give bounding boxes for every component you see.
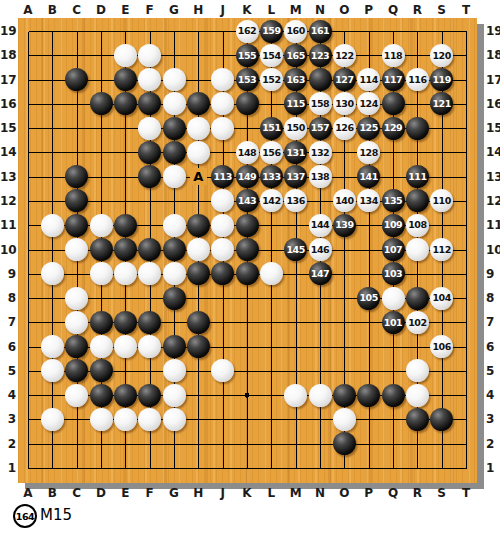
- move-number-label: 118: [384, 51, 402, 61]
- stone-G16: [163, 92, 186, 115]
- stone-K13-move-149: 149: [236, 165, 259, 188]
- row-label-left-5: 5: [0, 363, 16, 379]
- row-label-right-6: 6: [486, 339, 500, 355]
- row-label-right-9: 9: [486, 266, 500, 282]
- stone-D11: [90, 214, 113, 237]
- stone-C7: [65, 311, 88, 334]
- move-number-label: 160: [286, 26, 304, 36]
- row-label-left-19: 19: [0, 23, 16, 39]
- stone-N9-move-147: 147: [309, 262, 332, 285]
- col-label-bottom-G: G: [162, 486, 186, 500]
- stone-G15: [163, 117, 186, 140]
- stone-D6: [90, 335, 113, 358]
- move-number-label: 139: [335, 220, 353, 230]
- stone-G4: [163, 384, 186, 407]
- col-label-bottom-B: B: [40, 486, 64, 500]
- move-number-label: 165: [286, 51, 304, 61]
- move-number-label: 150: [286, 123, 304, 133]
- stone-S3: [430, 408, 453, 431]
- move-number-label: 155: [238, 51, 256, 61]
- stone-K16: [236, 92, 259, 115]
- stone-N15-move-157: 157: [309, 117, 332, 140]
- row-label-right-13: 13: [486, 169, 500, 185]
- col-label-bottom-C: C: [65, 486, 89, 500]
- col-label-bottom-H: H: [186, 486, 210, 500]
- stone-N18-move-123: 123: [309, 44, 332, 67]
- move-number-label: 109: [384, 220, 402, 230]
- stone-N19-move-161: 161: [309, 20, 332, 43]
- annotation-A-H13: A: [190, 168, 207, 185]
- stone-Q15-move-129: 129: [382, 117, 405, 140]
- col-label-top-N: N: [308, 3, 332, 17]
- row-label-left-10: 10: [0, 242, 16, 258]
- stone-Q12-move-135: 135: [382, 189, 405, 212]
- stone-E3: [114, 408, 137, 431]
- col-label-bottom-T: T: [454, 486, 478, 500]
- stone-H6: [187, 335, 210, 358]
- stone-E4: [114, 384, 137, 407]
- stone-E10: [114, 238, 137, 261]
- stone-G10: [163, 238, 186, 261]
- stone-F7: [138, 311, 161, 334]
- stone-J11: [211, 214, 234, 237]
- move-number-label: 102: [408, 318, 426, 328]
- stone-E16: [114, 92, 137, 115]
- stone-R3: [406, 408, 429, 431]
- stone-F14: [138, 141, 161, 164]
- stone-Q17-move-117: 117: [382, 68, 405, 91]
- row-label-left-18: 18: [0, 47, 16, 63]
- row-label-left-11: 11: [0, 217, 16, 233]
- stone-R13-move-111: 111: [406, 165, 429, 188]
- stone-G13: [163, 165, 186, 188]
- stone-J10: [211, 238, 234, 261]
- stone-R7-move-102: 102: [406, 311, 429, 334]
- move-number-label: 144: [311, 220, 329, 230]
- stone-E17: [114, 68, 137, 91]
- stone-D10: [90, 238, 113, 261]
- move-number-label: 108: [408, 220, 426, 230]
- move-number-label: 130: [335, 99, 353, 109]
- stone-L17-move-152: 152: [260, 68, 283, 91]
- move-number-label: 140: [335, 196, 353, 206]
- move-number-label: 120: [432, 51, 450, 61]
- move-location: M15: [40, 506, 72, 524]
- stone-Q16: [382, 92, 405, 115]
- stone-H16: [187, 92, 210, 115]
- row-label-right-16: 16: [486, 96, 500, 112]
- col-label-top-R: R: [405, 3, 429, 17]
- stone-O2: [333, 432, 356, 455]
- move-number-label: 104: [432, 293, 450, 303]
- stone-E11: [114, 214, 137, 237]
- col-label-bottom-S: S: [430, 486, 454, 500]
- stone-R10: [406, 238, 429, 261]
- move-number-label: 161: [311, 26, 329, 36]
- stone-R4: [406, 384, 429, 407]
- row-label-right-17: 17: [486, 72, 500, 88]
- stone-E9: [114, 262, 137, 285]
- move-number-label: 122: [335, 51, 353, 61]
- stone-F15: [138, 117, 161, 140]
- col-label-top-T: T: [454, 3, 478, 17]
- col-label-top-J: J: [211, 3, 235, 17]
- stone-O17-move-127: 127: [333, 68, 356, 91]
- stone-E18: [114, 44, 137, 67]
- col-label-bottom-M: M: [284, 486, 308, 500]
- move-number-label: 149: [238, 172, 256, 182]
- col-label-top-S: S: [430, 3, 454, 17]
- stone-C11: [65, 214, 88, 237]
- stone-D9: [90, 262, 113, 285]
- move-number-label: 117: [384, 75, 402, 85]
- stone-B6: [41, 335, 64, 358]
- stone-N11-move-144: 144: [309, 214, 332, 237]
- move-number-label: 127: [335, 75, 353, 85]
- col-label-top-O: O: [332, 3, 356, 17]
- stone-G8: [163, 287, 186, 310]
- row-label-right-4: 4: [486, 387, 500, 403]
- row-label-right-3: 3: [486, 411, 500, 427]
- stone-F18: [138, 44, 161, 67]
- row-label-right-5: 5: [486, 363, 500, 379]
- stone-Q18-move-118: 118: [382, 44, 405, 67]
- stone-P15-move-125: 125: [357, 117, 380, 140]
- stone-O3: [333, 408, 356, 431]
- stone-P4: [357, 384, 380, 407]
- move-number-label: 111: [408, 172, 426, 182]
- stone-O16-move-130: 130: [333, 92, 356, 115]
- col-label-top-E: E: [113, 3, 137, 17]
- col-label-bottom-E: E: [113, 486, 137, 500]
- row-label-left-3: 3: [0, 411, 16, 427]
- row-label-left-14: 14: [0, 144, 16, 160]
- stone-K14-move-148: 148: [236, 141, 259, 164]
- row-label-left-2: 2: [0, 436, 16, 452]
- col-label-top-F: F: [138, 3, 162, 17]
- col-label-top-G: G: [162, 3, 186, 17]
- stone-N10-move-146: 146: [309, 238, 332, 261]
- col-label-top-H: H: [186, 3, 210, 17]
- move-number-label: 115: [286, 99, 304, 109]
- stone-E6: [114, 335, 137, 358]
- stone-F10: [138, 238, 161, 261]
- stone-F4: [138, 384, 161, 407]
- col-label-bottom-D: D: [89, 486, 113, 500]
- stone-M19-move-160: 160: [284, 20, 307, 43]
- move-number-label: 129: [384, 123, 402, 133]
- stone-G17: [163, 68, 186, 91]
- row-label-right-1: 1: [486, 460, 500, 476]
- move-number-label: 143: [238, 196, 256, 206]
- stone-Q8: [382, 287, 405, 310]
- stone-N17: [309, 68, 332, 91]
- stone-L13-move-133: 133: [260, 165, 283, 188]
- stone-L18-move-154: 154: [260, 44, 283, 67]
- move-164-marker: 164: [13, 504, 37, 528]
- row-label-left-4: 4: [0, 387, 16, 403]
- col-label-top-D: D: [89, 3, 113, 17]
- col-label-bottom-P: P: [357, 486, 381, 500]
- move-number-label: 107: [384, 245, 402, 255]
- stone-O11-move-139: 139: [333, 214, 356, 237]
- stone-F3: [138, 408, 161, 431]
- move-number-label: 116: [408, 75, 426, 85]
- stone-P14-move-128: 128: [357, 141, 380, 164]
- stone-K10: [236, 238, 259, 261]
- move-number-label: 157: [311, 123, 329, 133]
- move-number-label: 162: [238, 26, 256, 36]
- move-number-label: 138: [311, 172, 329, 182]
- stone-R8: [406, 287, 429, 310]
- stone-R15: [406, 117, 429, 140]
- col-label-top-L: L: [259, 3, 283, 17]
- stone-Q7-move-101: 101: [382, 311, 405, 334]
- stone-C4: [65, 384, 88, 407]
- row-label-right-15: 15: [486, 120, 500, 136]
- stone-K12-move-143: 143: [236, 189, 259, 212]
- go-board-screen: 164 M15 AABBCCDDEEFFGGHHJJKKLLMMNNOOPPQQ…: [0, 0, 500, 537]
- row-label-right-7: 7: [486, 314, 500, 330]
- stone-K17-move-153: 153: [236, 68, 259, 91]
- stone-L19-move-159: 159: [260, 20, 283, 43]
- move-number-label: 123: [311, 51, 329, 61]
- stone-B9: [41, 262, 64, 285]
- stone-O15-move-126: 126: [333, 117, 356, 140]
- row-label-left-7: 7: [0, 314, 16, 330]
- stone-B11: [41, 214, 64, 237]
- stone-G6: [163, 335, 186, 358]
- col-label-top-C: C: [65, 3, 89, 17]
- row-label-right-19: 19: [486, 23, 500, 39]
- move-number-label: 158: [311, 99, 329, 109]
- stone-G5: [163, 359, 186, 382]
- row-label-left-16: 16: [0, 96, 16, 112]
- stone-H7: [187, 311, 210, 334]
- stone-S10-move-112: 112: [430, 238, 453, 261]
- move-number-label: 132: [311, 148, 329, 158]
- stone-S18-move-120: 120: [430, 44, 453, 67]
- stone-C8: [65, 287, 88, 310]
- move-number-label: 114: [359, 75, 377, 85]
- move-number-label: 137: [286, 172, 304, 182]
- move-number-label: 156: [262, 148, 280, 158]
- row-label-right-12: 12: [486, 193, 500, 209]
- col-label-bottom-R: R: [405, 486, 429, 500]
- col-label-top-P: P: [357, 3, 381, 17]
- col-label-bottom-J: J: [211, 486, 235, 500]
- stone-N14-move-132: 132: [309, 141, 332, 164]
- stone-R11-move-108: 108: [406, 214, 429, 237]
- stone-G9: [163, 262, 186, 285]
- stone-G11: [163, 214, 186, 237]
- stone-O4: [333, 384, 356, 407]
- move-number-label: 124: [359, 99, 377, 109]
- stone-D4: [90, 384, 113, 407]
- move-number-label: 159: [262, 26, 280, 36]
- row-label-left-17: 17: [0, 72, 16, 88]
- move-number-label: 126: [335, 123, 353, 133]
- col-label-top-M: M: [284, 3, 308, 17]
- row-label-right-10: 10: [486, 242, 500, 258]
- row-label-left-8: 8: [0, 290, 16, 306]
- col-label-bottom-O: O: [332, 486, 356, 500]
- stone-D5: [90, 359, 113, 382]
- row-label-right-2: 2: [486, 436, 500, 452]
- stone-H11: [187, 214, 210, 237]
- stone-G3: [163, 408, 186, 431]
- col-label-top-B: B: [40, 3, 64, 17]
- col-label-bottom-K: K: [235, 486, 259, 500]
- stone-Q4: [382, 384, 405, 407]
- stone-N13-move-138: 138: [309, 165, 332, 188]
- row-label-left-9: 9: [0, 266, 16, 282]
- move-number-label: 101: [384, 318, 402, 328]
- move-number-label: 136: [286, 196, 304, 206]
- move-number-label: 113: [213, 172, 231, 182]
- stone-Q11-move-109: 109: [382, 214, 405, 237]
- stone-M14-move-131: 131: [284, 141, 307, 164]
- move-number-label: 142: [262, 196, 280, 206]
- move-number-label: 163: [286, 75, 304, 85]
- row-label-right-14: 14: [486, 144, 500, 160]
- row-label-left-12: 12: [0, 193, 16, 209]
- move-number-label: 151: [262, 123, 280, 133]
- move-number-label: 106: [432, 342, 450, 352]
- stone-L15-move-151: 151: [260, 117, 283, 140]
- stone-D16: [90, 92, 113, 115]
- move-number-label: 128: [359, 148, 377, 158]
- move-number-label: 153: [238, 75, 256, 85]
- move-number-label: 134: [359, 196, 377, 206]
- move-number-label: 146: [311, 245, 329, 255]
- move-number-label: 121: [432, 99, 450, 109]
- row-label-left-13: 13: [0, 169, 16, 185]
- stone-M18-move-165: 165: [284, 44, 307, 67]
- row-label-right-18: 18: [486, 47, 500, 63]
- stone-B3: [41, 408, 64, 431]
- move-number-label: 147: [311, 269, 329, 279]
- stone-L14-move-156: 156: [260, 141, 283, 164]
- row-label-right-8: 8: [486, 290, 500, 306]
- col-label-bottom-L: L: [259, 486, 283, 500]
- stone-M4: [284, 384, 307, 407]
- move-number-label: 103: [384, 269, 402, 279]
- stone-K19-move-162: 162: [236, 20, 259, 43]
- col-label-bottom-Q: Q: [381, 486, 405, 500]
- col-label-top-K: K: [235, 3, 259, 17]
- row-label-left-1: 1: [0, 460, 16, 476]
- stone-H15: [187, 117, 210, 140]
- row-label-left-6: 6: [0, 339, 16, 355]
- stone-Q9-move-103: 103: [382, 262, 405, 285]
- col-label-bottom-A: A: [16, 486, 40, 500]
- move-number-label: 110: [432, 196, 450, 206]
- stone-R17-move-116: 116: [406, 68, 429, 91]
- stone-K18-move-155: 155: [236, 44, 259, 67]
- move-number-label: 125: [359, 123, 377, 133]
- stone-H9: [187, 262, 210, 285]
- stone-D3: [90, 408, 113, 431]
- move-number-label: 141: [359, 172, 377, 182]
- stone-K11: [236, 214, 259, 237]
- stone-H10: [187, 238, 210, 261]
- move-number-label: 135: [384, 196, 402, 206]
- stone-E7: [114, 311, 137, 334]
- col-label-top-A: A: [16, 3, 40, 17]
- stone-C10: [65, 238, 88, 261]
- stone-O18-move-122: 122: [333, 44, 356, 67]
- col-label-bottom-N: N: [308, 486, 332, 500]
- stone-M10-move-145: 145: [284, 238, 307, 261]
- stone-J15: [211, 117, 234, 140]
- stone-N4: [309, 384, 332, 407]
- move-number-label: 105: [359, 293, 377, 303]
- col-label-top-Q: Q: [381, 3, 405, 17]
- move-number-label: 148: [238, 148, 256, 158]
- row-label-left-15: 15: [0, 120, 16, 136]
- stone-D7: [90, 311, 113, 334]
- move-number-label: 112: [432, 245, 450, 255]
- stone-Q10-move-107: 107: [382, 238, 405, 261]
- stone-H14: [187, 141, 210, 164]
- row-label-right-11: 11: [486, 217, 500, 233]
- move-number-label: 154: [262, 51, 280, 61]
- stone-S8-move-104: 104: [430, 287, 453, 310]
- stone-M15-move-150: 150: [284, 117, 307, 140]
- move-number-label: 152: [262, 75, 280, 85]
- stone-L9: [260, 262, 283, 285]
- col-label-bottom-F: F: [138, 486, 162, 500]
- stone-K9: [236, 262, 259, 285]
- move-number-label: 119: [432, 75, 450, 85]
- move-number-label: 145: [286, 245, 304, 255]
- stone-G14: [163, 141, 186, 164]
- stone-N16-move-158: 158: [309, 92, 332, 115]
- stone-P8-move-105: 105: [357, 287, 380, 310]
- move-number-label: 133: [262, 172, 280, 182]
- move-number-label: 131: [286, 148, 304, 158]
